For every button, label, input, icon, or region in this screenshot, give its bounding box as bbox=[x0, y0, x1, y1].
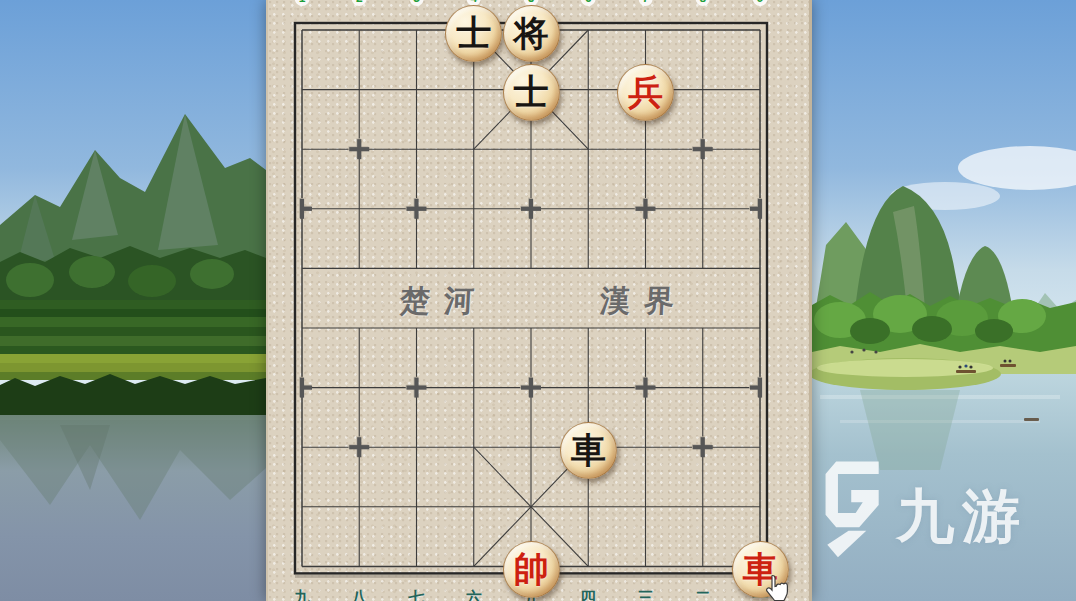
watermark-text: 九游 bbox=[896, 488, 1028, 546]
piece-black-advisor[interactable]: 士 bbox=[503, 64, 560, 121]
jiuyou-watermark: 九游 bbox=[822, 458, 1028, 560]
app-screen: { "game": "xiangqi", "position": { "fen"… bbox=[0, 0, 1076, 601]
river-label-right: 漢界 bbox=[599, 281, 689, 322]
cursor-hand-icon bbox=[764, 574, 788, 601]
piece-glyph: 車 bbox=[571, 422, 606, 479]
piece-glyph: 将 bbox=[514, 5, 549, 62]
bottom-file-label: 九 bbox=[294, 590, 310, 601]
piece-glyph: 兵 bbox=[628, 64, 663, 121]
piece-glyph: 士 bbox=[514, 64, 549, 121]
piece-red-general[interactable]: 帥 bbox=[503, 541, 560, 598]
bottom-file-label: 四 bbox=[580, 590, 596, 601]
bottom-file-label: 六 bbox=[466, 590, 482, 601]
piece-glyph: 帥 bbox=[514, 541, 549, 598]
bottom-file-label: 二 bbox=[695, 590, 711, 601]
piece-glyph: 士 bbox=[456, 5, 491, 62]
piece-red-soldier[interactable]: 兵 bbox=[617, 64, 674, 121]
bottom-file-label: 七 bbox=[409, 590, 425, 601]
piece-black-general[interactable]: 将 bbox=[503, 5, 560, 62]
piece-black-advisor[interactable]: 士 bbox=[445, 5, 502, 62]
jiuyou-g-logo bbox=[822, 458, 884, 560]
river-label-left: 楚河 bbox=[399, 281, 489, 322]
bottom-file-label: 三 bbox=[638, 590, 654, 601]
xiangqi-board[interactable]: 楚河 漢界 123456789 九八七六五四三二一 士将士兵車帥車 bbox=[266, 0, 812, 601]
piece-black-chariot[interactable]: 車 bbox=[560, 422, 617, 479]
bottom-file-label: 八 bbox=[351, 590, 367, 601]
